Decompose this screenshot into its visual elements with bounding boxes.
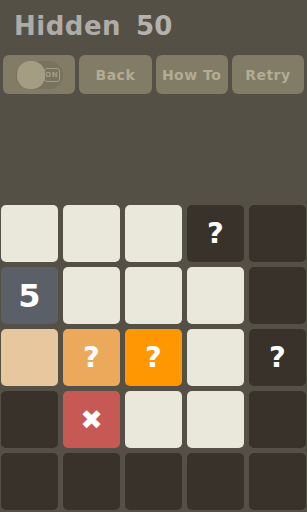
retry-button[interactable]: Retry (232, 55, 304, 94)
cell-r4-c3[interactable] (125, 391, 182, 448)
howto-button[interactable]: How To (156, 55, 228, 94)
game-title: Hidden (14, 11, 121, 41)
toggle-on-label: ON (44, 68, 60, 82)
toggle-switch[interactable]: ON (16, 61, 63, 89)
cell-r1-c1[interactable] (1, 205, 58, 262)
cell-r4-c2[interactable]: ✖ (63, 391, 120, 448)
toolbar: ON Back How To Retry (3, 55, 304, 94)
board-grid: ?5???✖ (1, 205, 306, 510)
cell-r3-c1[interactable] (1, 329, 58, 386)
cell-r2-c4[interactable] (187, 267, 244, 324)
cell-r4-c4[interactable] (187, 391, 244, 448)
cell-r1-c5[interactable] (249, 205, 306, 262)
toggle-knob[interactable] (17, 61, 45, 89)
cell-r2-c3[interactable] (125, 267, 182, 324)
cell-label: ? (269, 343, 286, 372)
sound-toggle-button[interactable]: ON (3, 55, 75, 94)
cell-label: ? (207, 219, 224, 248)
cell-r4-c1[interactable] (1, 391, 58, 448)
cell-label: ✖ (80, 406, 103, 433)
back-button[interactable]: Back (79, 55, 151, 94)
cell-r1-c2[interactable] (63, 205, 120, 262)
cell-r3-c2[interactable]: ? (63, 329, 120, 386)
cell-r4-c5[interactable] (249, 391, 306, 448)
cell-r3-c3[interactable]: ? (125, 329, 182, 386)
cell-r3-c4[interactable] (187, 329, 244, 386)
cell-r2-c5[interactable] (249, 267, 306, 324)
cell-r2-c1[interactable]: 5 (1, 267, 58, 324)
cell-label: ? (83, 343, 100, 372)
cell-r1-c3[interactable] (125, 205, 182, 262)
cell-r1-c4[interactable]: ? (187, 205, 244, 262)
cell-label: 5 (18, 280, 40, 312)
score-value: 50 (136, 11, 172, 41)
cell-label: ? (145, 343, 162, 372)
cell-r2-c2[interactable] (63, 267, 120, 324)
cell-r5-c3[interactable] (125, 453, 182, 510)
cell-r5-c2[interactable] (63, 453, 120, 510)
cell-r5-c1[interactable] (1, 453, 58, 510)
cell-r5-c4[interactable] (187, 453, 244, 510)
cell-r3-c5[interactable]: ? (249, 329, 306, 386)
cell-r5-c5[interactable] (249, 453, 306, 510)
header: Hidden 50 (14, 5, 172, 47)
